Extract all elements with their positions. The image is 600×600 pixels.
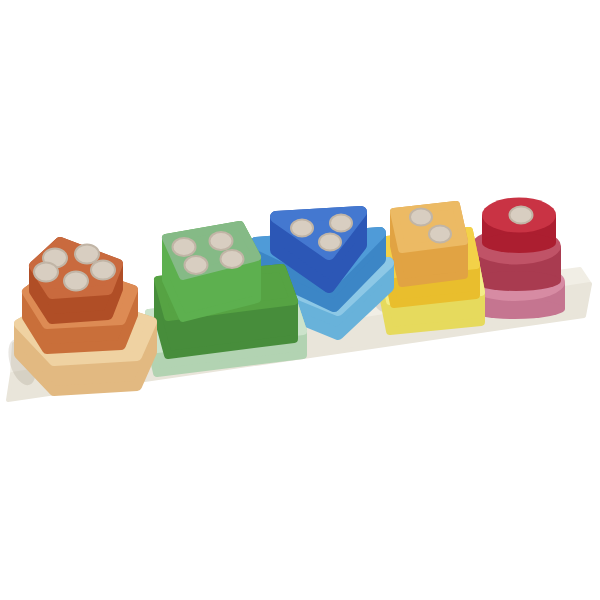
wooden-peg — [221, 250, 244, 268]
wooden-peg — [185, 256, 208, 274]
wooden-peg — [291, 220, 313, 237]
wooden-peg — [429, 226, 451, 243]
wooden-peg — [319, 234, 341, 251]
toy-photo-scene — [0, 0, 600, 600]
wooden-peg — [34, 263, 58, 282]
wooden-peg — [91, 261, 115, 280]
wooden-peg — [173, 238, 196, 256]
wooden-peg — [410, 209, 432, 226]
red-middle-base[interactable] — [471, 271, 561, 291]
wooden-peg — [64, 272, 88, 291]
wooden-peg — [75, 245, 99, 264]
wooden-peg — [210, 232, 233, 250]
wooden-peg — [330, 215, 352, 232]
toy-illustration — [0, 0, 600, 600]
wooden-peg — [510, 207, 533, 224]
red-top-base[interactable] — [482, 233, 556, 253]
